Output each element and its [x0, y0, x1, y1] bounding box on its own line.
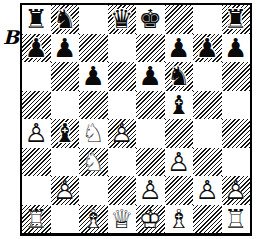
- black-pawn: ♟: [51, 34, 80, 63]
- white-king: ♚♔: [136, 205, 165, 234]
- piece-glyph: ♞: [51, 5, 80, 34]
- piece-glyph: ♚: [136, 5, 165, 34]
- square-h5: [222, 91, 251, 120]
- square-h8: ♜: [222, 5, 251, 34]
- square-a7: ♟: [22, 34, 51, 63]
- piece-glyph: ♝: [51, 119, 80, 148]
- chess-board: ♜♞♛♚♜♟♟♟♟♟♟♟♞♝♟♙♝♞♘♟♙♞♘♟♙♟♙♟♙♟♙♟♙♜♖♝♗♛♕♚…: [20, 3, 252, 236]
- square-b4: ♝: [51, 119, 80, 148]
- square-d1: ♛♕: [108, 205, 137, 234]
- square-h2: ♟♙: [222, 176, 251, 205]
- square-f3: ♟♙: [165, 148, 194, 177]
- square-f5: ♝: [165, 91, 194, 120]
- white-pawn: ♟♙: [108, 119, 137, 148]
- white-pawn: ♟♙: [222, 176, 251, 205]
- piece-outline: ♙: [51, 176, 80, 205]
- square-h6: [222, 62, 251, 91]
- square-d5: [108, 91, 137, 120]
- square-e3: [136, 148, 165, 177]
- piece-glyph: ♞: [165, 62, 194, 91]
- square-g5: [193, 91, 222, 120]
- square-h3: [222, 148, 251, 177]
- white-bishop: ♝♗: [165, 205, 194, 234]
- white-knight: ♞♘: [79, 148, 108, 177]
- piece-outline: ♙: [108, 119, 137, 148]
- black-pawn: ♟: [193, 34, 222, 63]
- piece-glyph: ♟: [79, 62, 108, 91]
- white-pawn: ♟♙: [22, 119, 51, 148]
- square-e6: ♟: [136, 62, 165, 91]
- square-a4: ♟♙: [22, 119, 51, 148]
- black-knight: ♞: [51, 5, 80, 34]
- square-e7: [136, 34, 165, 63]
- square-d8: ♛: [108, 5, 137, 34]
- white-pawn: ♟♙: [51, 176, 80, 205]
- white-knight: ♞♘: [79, 119, 108, 148]
- book-page: B ♜♞♛♚♜♟♟♟♟♟♟♟♞♝♟♙♝♞♘♟♙♞♘♟♙♟♙♟♙♟♙♟♙♜♖♝♗♛…: [0, 0, 257, 239]
- square-c3: ♞♘: [79, 148, 108, 177]
- square-g3: [193, 148, 222, 177]
- piece-outline: ♘: [79, 148, 108, 177]
- square-d4: ♟♙: [108, 119, 137, 148]
- square-b1: [51, 205, 80, 234]
- square-f1: ♝♗: [165, 205, 194, 234]
- piece-glyph: ♟: [222, 34, 251, 63]
- black-pawn: ♟: [136, 62, 165, 91]
- square-e2: ♟♙: [136, 176, 165, 205]
- piece-glyph: ♟: [22, 34, 51, 63]
- square-c2: [79, 176, 108, 205]
- square-b3: [51, 148, 80, 177]
- square-a2: [22, 176, 51, 205]
- square-f7: ♟: [165, 34, 194, 63]
- square-c8: [79, 5, 108, 34]
- square-e4: [136, 119, 165, 148]
- piece-outline: ♕: [108, 205, 137, 234]
- white-rook: ♜♖: [22, 205, 51, 234]
- square-h7: ♟: [222, 34, 251, 63]
- square-c1: ♝♗: [79, 205, 108, 234]
- piece-glyph: ♛: [108, 5, 137, 34]
- square-c6: ♟: [79, 62, 108, 91]
- square-e1: ♚♔: [136, 205, 165, 234]
- black-rook: ♜: [22, 5, 51, 34]
- square-d7: [108, 34, 137, 63]
- white-rook: ♜♖: [222, 205, 251, 234]
- square-c5: [79, 91, 108, 120]
- white-pawn: ♟♙: [136, 176, 165, 205]
- white-queen: ♛♕: [108, 205, 137, 234]
- square-c7: [79, 34, 108, 63]
- black-pawn: ♟: [22, 34, 51, 63]
- square-g4: [193, 119, 222, 148]
- piece-outline: ♙: [165, 148, 194, 177]
- black-queen: ♛: [108, 5, 137, 34]
- piece-outline: ♗: [79, 205, 108, 234]
- piece-outline: ♙: [222, 176, 251, 205]
- square-g7: ♟: [193, 34, 222, 63]
- black-pawn: ♟: [165, 34, 194, 63]
- square-f4: [165, 119, 194, 148]
- piece-glyph: ♟: [136, 62, 165, 91]
- square-h1: ♜♖: [222, 205, 251, 234]
- black-bishop: ♝: [51, 119, 80, 148]
- square-d3: [108, 148, 137, 177]
- piece-outline: ♖: [222, 205, 251, 234]
- piece-glyph: ♜: [22, 5, 51, 34]
- piece-outline: ♖: [22, 205, 51, 234]
- square-a1: ♜♖: [22, 205, 51, 234]
- black-bishop: ♝: [165, 91, 194, 120]
- square-g2: ♟♙: [193, 176, 222, 205]
- piece-outline: ♘: [79, 119, 108, 148]
- white-pawn: ♟♙: [193, 176, 222, 205]
- square-a3: [22, 148, 51, 177]
- black-pawn: ♟: [79, 62, 108, 91]
- black-king: ♚: [136, 5, 165, 34]
- square-b5: [51, 91, 80, 120]
- square-b2: ♟♙: [51, 176, 80, 205]
- piece-outline: ♙: [22, 119, 51, 148]
- square-a8: ♜: [22, 5, 51, 34]
- piece-outline: ♙: [193, 176, 222, 205]
- square-b6: [51, 62, 80, 91]
- square-f8: [165, 5, 194, 34]
- black-pawn: ♟: [222, 34, 251, 63]
- piece-glyph: ♜: [222, 5, 251, 34]
- piece-glyph: ♝: [165, 91, 194, 120]
- square-a5: [22, 91, 51, 120]
- square-h4: [222, 119, 251, 148]
- square-g6: [193, 62, 222, 91]
- square-b8: ♞: [51, 5, 80, 34]
- black-knight: ♞: [165, 62, 194, 91]
- square-c4: ♞♘: [79, 119, 108, 148]
- black-rook: ♜: [222, 5, 251, 34]
- square-e8: ♚: [136, 5, 165, 34]
- piece-outline: ♙: [136, 176, 165, 205]
- square-d2: [108, 176, 137, 205]
- side-to-move-label: B: [3, 26, 19, 48]
- square-f6: ♞: [165, 62, 194, 91]
- square-g1: [193, 205, 222, 234]
- white-pawn: ♟♙: [165, 148, 194, 177]
- square-g8: [193, 5, 222, 34]
- square-d6: [108, 62, 137, 91]
- white-bishop: ♝♗: [79, 205, 108, 234]
- piece-glyph: ♟: [193, 34, 222, 63]
- piece-glyph: ♟: [51, 34, 80, 63]
- piece-outline: ♔: [136, 205, 165, 234]
- piece-glyph: ♟: [165, 34, 194, 63]
- square-f2: [165, 176, 194, 205]
- piece-outline: ♗: [165, 205, 194, 234]
- square-a6: [22, 62, 51, 91]
- square-e5: [136, 91, 165, 120]
- square-b7: ♟: [51, 34, 80, 63]
